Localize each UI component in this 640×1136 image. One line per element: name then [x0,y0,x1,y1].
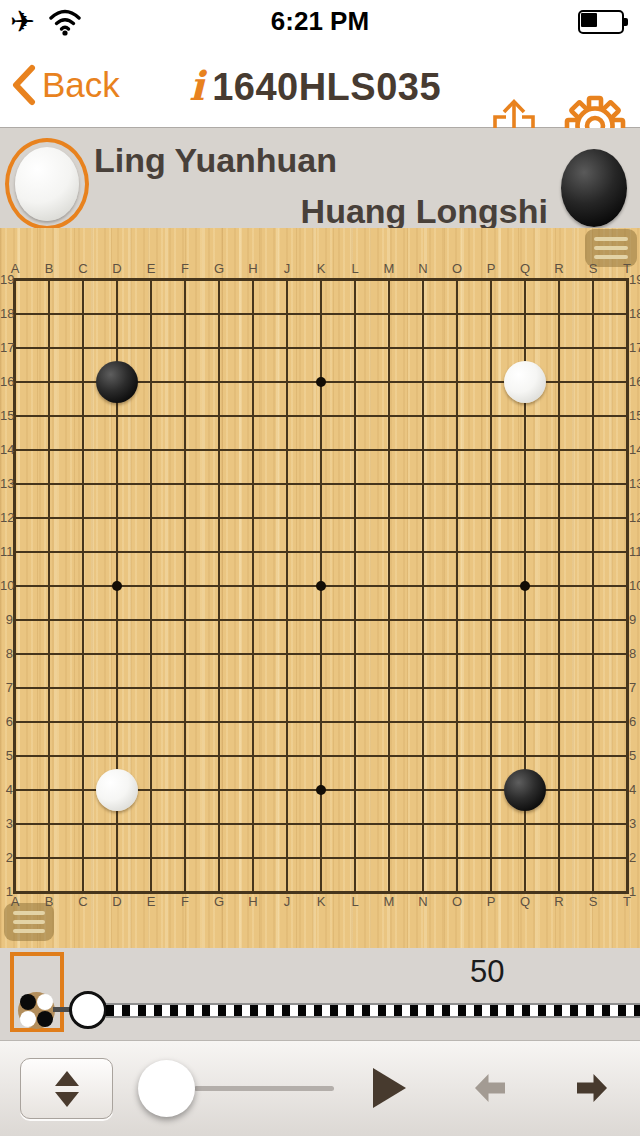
row-label: 16 [0,374,13,390]
previous-move-button[interactable] [475,1074,505,1102]
move-scrubber-bar: 50 [0,948,640,1040]
variation-button[interactable] [20,1058,113,1119]
row-label: 3 [0,816,13,832]
row-label: 4 [629,782,640,798]
column-label: R [549,894,569,910]
row-label: 12 [629,510,640,526]
star-point [520,581,530,591]
column-label: E [141,261,161,277]
row-label: 13 [629,476,640,492]
star-point [316,581,326,591]
column-label: M [379,261,399,277]
info-icon: i [189,62,204,109]
row-label: 17 [629,340,640,356]
page-title: i1640HLS035 [150,62,480,109]
row-label: 18 [629,306,640,322]
row-label: 2 [0,850,13,866]
move-slider-track[interactable] [106,1003,640,1018]
column-label: L [345,894,365,910]
column-label: H [243,261,263,277]
go-board[interactable]: AABBCCDDEEFFGGHHJJKKLLMMNNOOPPQQRRSSTT19… [0,228,640,948]
next-move-button[interactable] [577,1074,607,1102]
star-point [316,377,326,387]
mini-board-icon [18,992,55,1029]
column-label: Q [515,894,535,910]
game-id-title: 1640HLS035 [212,66,441,108]
down-arrow-icon [55,1092,79,1107]
move-slider-thumb[interactable] [69,991,107,1029]
row-label: 12 [0,510,13,526]
row-label: 18 [0,306,13,322]
row-label: 6 [0,714,13,730]
row-label: 5 [0,748,13,764]
column-label: M [379,894,399,910]
bottom-toolbar [0,1040,640,1136]
column-label: H [243,894,263,910]
row-label: 10 [0,578,13,594]
white-stone [504,361,546,403]
column-label: Q [515,261,535,277]
column-label: S [583,261,603,277]
move-count-label: 50 [470,954,504,990]
star-point [316,785,326,795]
column-label: B [39,261,59,277]
row-label: 1 [629,884,640,900]
clock-time: 6:21 PM [0,6,640,37]
back-label: Back [42,65,120,105]
black-stone [96,361,138,403]
row-label: 16 [629,374,640,390]
row-label: 7 [629,680,640,696]
row-label: 11 [0,544,13,560]
white-stone-avatar [15,147,79,221]
players-bar: Ling Yuanhuan Huang Longshi [0,128,640,228]
row-label: 14 [629,442,640,458]
column-label: N [413,894,433,910]
column-label: J [277,261,297,277]
column-label: P [481,261,501,277]
column-label: R [549,261,569,277]
column-label: B [39,894,59,910]
row-label: 17 [0,340,13,356]
status-bar: ✈ 6:21 PM [0,0,640,44]
column-label: G [209,894,229,910]
row-label: 8 [629,646,640,662]
row-label: 13 [0,476,13,492]
white-player-turn-ring[interactable] [5,138,89,230]
nav-bar: Back i1640HLS035 [0,44,640,128]
row-label: 14 [0,442,13,458]
row-label: 15 [0,408,13,424]
back-button[interactable]: Back [10,64,120,106]
column-label: S [583,894,603,910]
row-label: 19 [629,272,640,288]
column-label: O [447,261,467,277]
column-label: O [447,894,467,910]
row-label: 15 [629,408,640,424]
column-label: E [141,894,161,910]
black-stone-avatar [561,149,627,227]
speed-slider-thumb[interactable] [138,1060,195,1117]
column-label: D [107,261,127,277]
row-label: 19 [0,272,13,288]
column-label: J [277,894,297,910]
column-label: K [311,894,331,910]
column-label: F [175,261,195,277]
black-player-name: Huang Longshi [301,192,548,231]
row-label: 5 [629,748,640,764]
star-point [112,581,122,591]
row-label: 7 [0,680,13,696]
column-label: F [175,894,195,910]
column-label: C [73,894,93,910]
up-arrow-icon [55,1071,79,1086]
row-label: 9 [629,612,640,628]
column-label: G [209,261,229,277]
row-label: 1 [0,884,13,900]
back-chevron-icon [10,64,36,106]
row-label: 4 [0,782,13,798]
row-label: 9 [0,612,13,628]
row-label: 8 [0,646,13,662]
row-label: 3 [629,816,640,832]
row-label: 11 [629,544,640,560]
battery-icon [578,10,630,34]
speed-slider-track[interactable] [194,1086,334,1091]
row-label: 10 [629,578,640,594]
play-button[interactable] [373,1068,406,1108]
column-label: N [413,261,433,277]
column-label: L [345,261,365,277]
column-label: C [73,261,93,277]
column-label: K [311,261,331,277]
row-label: 6 [629,714,640,730]
white-stone [96,769,138,811]
move-preview-button[interactable] [10,952,64,1032]
column-label: P [481,894,501,910]
column-label: D [107,894,127,910]
black-stone [504,769,546,811]
row-label: 2 [629,850,640,866]
white-player-name: Ling Yuanhuan [94,141,337,180]
